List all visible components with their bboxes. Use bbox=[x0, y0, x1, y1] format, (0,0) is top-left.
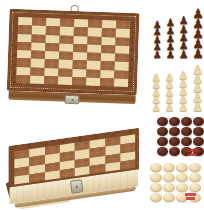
metal-clasp-icon bbox=[64, 95, 79, 105]
board-square bbox=[44, 76, 58, 85]
checker-piece bbox=[163, 193, 175, 202]
piece-column: ♟♟♟♟♟ bbox=[152, 75, 161, 113]
chess-piece: ♟ bbox=[192, 48, 204, 59]
checker-piece bbox=[193, 127, 204, 136]
board-square bbox=[120, 159, 135, 169]
checker-piece bbox=[169, 127, 180, 136]
checker-piece bbox=[150, 163, 162, 172]
checker-piece bbox=[169, 117, 180, 126]
red-watermark-icon bbox=[187, 149, 199, 157]
checker-piece bbox=[176, 163, 188, 172]
chess-piece: ♟ bbox=[179, 50, 189, 59]
piece-column: ♟♟♟♟♟ bbox=[165, 75, 174, 113]
board-square bbox=[114, 78, 128, 87]
board-square bbox=[72, 77, 86, 86]
board-square bbox=[105, 161, 120, 171]
checker-piece bbox=[169, 147, 180, 156]
checker-piece bbox=[163, 163, 175, 172]
piece-column: ♟♟♟♟♟ bbox=[153, 22, 162, 60]
piece-column: ♟♟♟♟♟ bbox=[192, 66, 203, 112]
checker-piece bbox=[176, 183, 188, 192]
checker-piece bbox=[189, 173, 201, 182]
board-square bbox=[90, 164, 105, 174]
checker-piece bbox=[181, 137, 192, 146]
chess-board-grid bbox=[16, 17, 130, 87]
board-square bbox=[45, 170, 60, 180]
board-square bbox=[75, 166, 90, 176]
chess-piece: ♟ bbox=[165, 104, 174, 113]
checker-piece bbox=[169, 137, 180, 146]
checker-piece bbox=[193, 137, 204, 146]
piece-column: ♟♟♟♟♟ bbox=[166, 19, 175, 59]
checker-piece bbox=[163, 173, 175, 182]
board-square bbox=[30, 75, 44, 84]
checker-piece bbox=[181, 127, 192, 136]
checker-piece bbox=[150, 173, 162, 182]
checker-piece bbox=[157, 127, 168, 136]
board-square bbox=[16, 75, 30, 84]
open-board-frame bbox=[7, 9, 140, 95]
checker-piece bbox=[163, 183, 175, 192]
board-square bbox=[14, 174, 29, 184]
chess-piece: ♟ bbox=[179, 103, 188, 112]
checker-piece bbox=[176, 173, 188, 182]
checker-piece bbox=[157, 137, 168, 146]
checker-piece bbox=[193, 117, 204, 126]
board-square bbox=[58, 76, 72, 85]
chess-piece: ♟ bbox=[166, 50, 175, 59]
chess-piece: ♟ bbox=[153, 51, 162, 60]
board-square bbox=[60, 168, 75, 178]
checker-piece bbox=[189, 163, 201, 172]
product-photo: ♟♟♟♟♟♟♟♟♟♟♟♟♟♟♟♟♟♟♟♟ ♟♟♟♟♟♟♟♟♟♟♟♟♟♟♟♟♟♟♟… bbox=[0, 0, 204, 210]
red-watermark-icon bbox=[185, 193, 197, 201]
metal-clasp-icon bbox=[70, 179, 84, 194]
dark-chess-pieces-group: ♟♟♟♟♟♟♟♟♟♟♟♟♟♟♟♟♟♟♟♟ bbox=[153, 1, 204, 59]
board-square bbox=[100, 78, 114, 87]
checker-piece bbox=[157, 147, 168, 156]
checker-piece bbox=[189, 183, 201, 192]
checker-piece bbox=[150, 193, 162, 202]
checker-piece bbox=[150, 183, 162, 192]
chess-piece: ♟ bbox=[192, 102, 203, 112]
checker-piece bbox=[157, 117, 168, 126]
board-square bbox=[29, 172, 44, 182]
piece-column: ♟♟♟♟♟ bbox=[179, 17, 189, 59]
light-chess-pieces-group: ♟♟♟♟♟♟♟♟♟♟♟♟♟♟♟♟♟♟♟♟ bbox=[152, 62, 203, 112]
checker-piece bbox=[181, 117, 192, 126]
chess-piece: ♟ bbox=[152, 104, 161, 113]
board-square bbox=[86, 77, 100, 86]
piece-column: ♟♟♟♟♟ bbox=[179, 72, 188, 112]
folded-chess-box bbox=[0, 118, 151, 210]
open-chess-board bbox=[5, 3, 142, 110]
piece-column: ♟♟♟♟♟ bbox=[192, 9, 204, 59]
